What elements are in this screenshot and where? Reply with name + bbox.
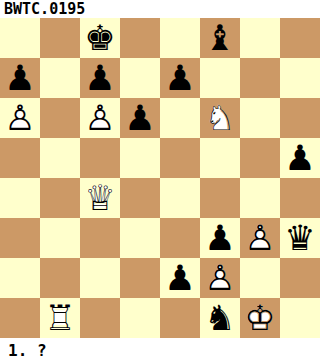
square-f6[interactable]: ♞♘	[200, 98, 240, 138]
square-f3[interactable]: ♟	[200, 218, 240, 258]
piece-white-pawn-icon: ♟♙	[0, 98, 40, 138]
square-f7[interactable]	[200, 58, 240, 98]
piece-black-bishop-icon: ♝	[200, 18, 240, 58]
square-c8[interactable]: ♚	[80, 18, 120, 58]
square-a6[interactable]: ♟♙	[0, 98, 40, 138]
square-g3[interactable]: ♟♙	[240, 218, 280, 258]
square-g2[interactable]	[240, 258, 280, 298]
square-d5[interactable]	[120, 138, 160, 178]
white-pawn-outline-glyph: ♙	[200, 258, 240, 298]
square-e5[interactable]	[160, 138, 200, 178]
black-pawn-glyph: ♟	[120, 98, 160, 138]
square-g6[interactable]	[240, 98, 280, 138]
black-pawn-glyph: ♟	[160, 258, 200, 298]
piece-white-pawn-icon: ♟♙	[80, 98, 120, 138]
square-e7[interactable]: ♟	[160, 58, 200, 98]
square-e4[interactable]	[160, 178, 200, 218]
square-g4[interactable]	[240, 178, 280, 218]
square-d3[interactable]	[120, 218, 160, 258]
square-g7[interactable]	[240, 58, 280, 98]
black-king-glyph: ♚	[80, 18, 120, 58]
piece-black-pawn-icon: ♟	[80, 58, 120, 98]
white-rook-outline-glyph: ♖	[40, 298, 80, 338]
square-f4[interactable]	[200, 178, 240, 218]
piece-black-pawn-icon: ♟	[160, 58, 200, 98]
piece-black-pawn-icon: ♟	[280, 138, 320, 178]
square-h6[interactable]	[280, 98, 320, 138]
square-b5[interactable]	[40, 138, 80, 178]
square-g1[interactable]: ♚♔	[240, 298, 280, 338]
square-d6[interactable]: ♟	[120, 98, 160, 138]
square-b7[interactable]	[40, 58, 80, 98]
white-pawn-outline-glyph: ♙	[240, 218, 280, 258]
square-h1[interactable]	[280, 298, 320, 338]
black-pawn-glyph: ♟	[200, 218, 240, 258]
piece-black-knight-icon: ♞	[200, 298, 240, 338]
square-e3[interactable]	[160, 218, 200, 258]
square-c6[interactable]: ♟♙	[80, 98, 120, 138]
black-pawn-glyph: ♟	[0, 58, 40, 98]
square-h2[interactable]	[280, 258, 320, 298]
square-b8[interactable]	[40, 18, 80, 58]
square-a4[interactable]	[0, 178, 40, 218]
white-pawn-outline-glyph: ♙	[80, 98, 120, 138]
square-d4[interactable]	[120, 178, 160, 218]
square-a2[interactable]	[0, 258, 40, 298]
square-a1[interactable]	[0, 298, 40, 338]
black-pawn-glyph: ♟	[160, 58, 200, 98]
black-queen-glyph: ♛	[280, 218, 320, 258]
square-h4[interactable]	[280, 178, 320, 218]
square-d7[interactable]	[120, 58, 160, 98]
square-c2[interactable]	[80, 258, 120, 298]
piece-black-king-icon: ♚	[80, 18, 120, 58]
square-b1[interactable]: ♜♖	[40, 298, 80, 338]
square-d1[interactable]	[120, 298, 160, 338]
square-c7[interactable]: ♟	[80, 58, 120, 98]
square-e6[interactable]	[160, 98, 200, 138]
square-g5[interactable]	[240, 138, 280, 178]
move-prompt: 1. ?	[0, 338, 320, 360]
square-f1[interactable]: ♞	[200, 298, 240, 338]
white-pawn-outline-glyph: ♙	[0, 98, 40, 138]
black-knight-glyph: ♞	[200, 298, 240, 338]
square-c1[interactable]	[80, 298, 120, 338]
square-b2[interactable]	[40, 258, 80, 298]
black-pawn-glyph: ♟	[80, 58, 120, 98]
piece-white-queen-icon: ♛♕	[80, 178, 120, 218]
piece-white-pawn-icon: ♟♙	[200, 258, 240, 298]
square-d2[interactable]	[120, 258, 160, 298]
piece-black-pawn-icon: ♟	[200, 218, 240, 258]
square-a8[interactable]	[0, 18, 40, 58]
square-c5[interactable]	[80, 138, 120, 178]
square-b3[interactable]	[40, 218, 80, 258]
piece-black-pawn-icon: ♟	[0, 58, 40, 98]
square-g8[interactable]	[240, 18, 280, 58]
piece-black-queen-icon: ♛	[280, 218, 320, 258]
white-knight-outline-glyph: ♘	[200, 98, 240, 138]
piece-white-rook-icon: ♜♖	[40, 298, 80, 338]
square-h7[interactable]	[280, 58, 320, 98]
square-e1[interactable]	[160, 298, 200, 338]
chess-board: ♚♝♟♟♟♟♙♟♙♟♞♘♟♛♕♟♟♙♛♟♟♙♜♖♞♚♔	[0, 18, 320, 338]
square-h5[interactable]: ♟	[280, 138, 320, 178]
square-a3[interactable]	[0, 218, 40, 258]
black-bishop-glyph: ♝	[200, 18, 240, 58]
piece-white-knight-icon: ♞♘	[200, 98, 240, 138]
square-c3[interactable]	[80, 218, 120, 258]
square-f8[interactable]: ♝	[200, 18, 240, 58]
square-c4[interactable]: ♛♕	[80, 178, 120, 218]
square-f5[interactable]	[200, 138, 240, 178]
white-queen-outline-glyph: ♕	[80, 178, 120, 218]
square-h3[interactable]: ♛	[280, 218, 320, 258]
square-a5[interactable]	[0, 138, 40, 178]
square-d8[interactable]	[120, 18, 160, 58]
piece-black-pawn-icon: ♟	[120, 98, 160, 138]
puzzle-id: BWTC.0195	[0, 0, 320, 18]
piece-white-king-icon: ♚♔	[240, 298, 280, 338]
white-king-outline-glyph: ♔	[240, 298, 280, 338]
square-e8[interactable]	[160, 18, 200, 58]
square-f2[interactable]: ♟♙	[200, 258, 240, 298]
square-a7[interactable]: ♟	[0, 58, 40, 98]
square-b4[interactable]	[40, 178, 80, 218]
square-h8[interactable]	[280, 18, 320, 58]
square-e2[interactable]: ♟	[160, 258, 200, 298]
piece-black-pawn-icon: ♟	[160, 258, 200, 298]
square-b6[interactable]	[40, 98, 80, 138]
black-pawn-glyph: ♟	[280, 138, 320, 178]
piece-white-pawn-icon: ♟♙	[240, 218, 280, 258]
